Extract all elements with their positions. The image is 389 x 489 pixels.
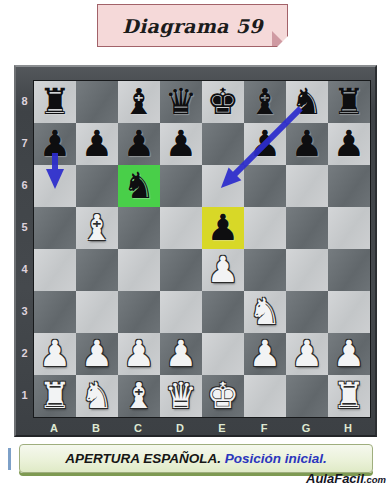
piece-black-pawn[interactable]: ♟ [249,123,281,165]
square-a8[interactable]: ♜ [34,81,76,123]
square-b6[interactable] [76,165,118,207]
piece-black-pawn[interactable]: ♟ [123,123,155,165]
piece-black-pawn[interactable]: ♟ [39,123,71,165]
square-g8[interactable]: ♞ [286,81,328,123]
file-label-E: E [201,419,243,437]
square-d2[interactable]: ♟ [160,333,202,375]
piece-white-pawn[interactable]: ♟ [165,333,197,375]
file-label-D: D [159,419,201,437]
square-f5[interactable] [244,207,286,249]
square-f6[interactable] [244,165,286,207]
caption-opening-name: APERTURA ESPAÑOLA. [65,451,225,466]
square-f2[interactable]: ♟ [244,333,286,375]
piece-black-pawn[interactable]: ♟ [81,123,113,165]
piece-white-rook[interactable]: ♜ [39,375,71,417]
square-h4[interactable] [328,249,370,291]
square-e8[interactable]: ♚ [202,81,244,123]
file-labels-row: ABCDEFGH [33,419,371,437]
square-a3[interactable] [34,291,76,333]
square-f8[interactable]: ♝ [244,81,286,123]
piece-black-pawn[interactable]: ♟ [165,123,197,165]
piece-black-king[interactable]: ♚ [207,81,239,123]
piece-black-queen[interactable]: ♛ [165,81,197,123]
piece-white-king[interactable]: ♚ [207,375,239,417]
piece-white-pawn[interactable]: ♟ [207,249,239,291]
square-f4[interactable] [244,249,286,291]
square-e6[interactable] [202,165,244,207]
square-b4[interactable] [76,249,118,291]
square-c7[interactable]: ♟ [118,123,160,165]
piece-white-bishop[interactable]: ♝ [81,207,113,249]
rank-label-5: 5 [16,206,33,248]
square-g3[interactable] [286,291,328,333]
rank-label-6: 6 [16,164,33,206]
square-g7[interactable]: ♟ [286,123,328,165]
square-e2[interactable] [202,333,244,375]
piece-black-pawn[interactable]: ♟ [207,207,239,249]
file-label-G: G [285,419,327,437]
square-h3[interactable] [328,291,370,333]
piece-white-pawn[interactable]: ♟ [291,333,323,375]
square-a2[interactable]: ♟ [34,333,76,375]
square-h1[interactable]: ♜ [328,375,370,417]
square-c2[interactable]: ♟ [118,333,160,375]
piece-black-rook[interactable]: ♜ [333,81,365,123]
caption-subtitle: Posición inicial. [225,451,327,466]
square-e3[interactable] [202,291,244,333]
square-e1[interactable]: ♚ [202,375,244,417]
rank-label-4: 4 [16,248,33,290]
text-cursor-bar [8,448,11,470]
square-a5[interactable] [34,207,76,249]
square-b5[interactable]: ♝ [76,207,118,249]
square-g1[interactable] [286,375,328,417]
square-e7[interactable] [202,123,244,165]
square-h6[interactable] [328,165,370,207]
piece-black-bishop[interactable]: ♝ [249,81,281,123]
square-h8[interactable]: ♜ [328,81,370,123]
square-g2[interactable]: ♟ [286,333,328,375]
brand-name: AulaFacil [306,471,364,486]
board-squares-grid: ♜♝♛♚♝♞♜♟♟♟♟♟♟♟♞♝♟♟♞♟♟♟♟♟♟♟♜♞♝♛♚♜ [33,80,371,418]
square-a4[interactable] [34,249,76,291]
square-b1[interactable]: ♞ [76,375,118,417]
brand-tld: .com [364,474,386,485]
piece-black-pawn[interactable]: ♟ [333,123,365,165]
square-h7[interactable]: ♟ [328,123,370,165]
square-f1[interactable] [244,375,286,417]
rank-label-2: 2 [16,332,33,374]
square-h5[interactable] [328,207,370,249]
square-a6[interactable] [34,165,76,207]
square-d1[interactable]: ♛ [160,375,202,417]
rank-label-3: 3 [16,290,33,332]
square-f3[interactable]: ♞ [244,291,286,333]
brand-watermark: AulaFacil.com [306,469,386,487]
square-b7[interactable]: ♟ [76,123,118,165]
piece-white-pawn[interactable]: ♟ [81,333,113,375]
piece-white-pawn[interactable]: ♟ [249,333,281,375]
square-d3[interactable] [160,291,202,333]
rank-label-8: 8 [16,80,33,122]
piece-white-pawn[interactable]: ♟ [123,333,155,375]
rank-label-1: 1 [16,374,33,416]
square-g6[interactable] [286,165,328,207]
file-label-A: A [33,419,75,437]
square-c6[interactable]: ♞ [118,165,160,207]
piece-white-knight[interactable]: ♞ [249,291,281,333]
square-b3[interactable] [76,291,118,333]
piece-black-pawn[interactable]: ♟ [291,123,323,165]
square-a7[interactable]: ♟ [34,123,76,165]
square-d6[interactable] [160,165,202,207]
square-e4[interactable]: ♟ [202,249,244,291]
square-f7[interactable]: ♟ [244,123,286,165]
piece-white-pawn[interactable]: ♟ [333,333,365,375]
square-g4[interactable] [286,249,328,291]
diagram-title: Diagrama 59 [122,15,262,37]
square-h2[interactable]: ♟ [328,333,370,375]
piece-white-pawn[interactable]: ♟ [39,333,71,375]
square-a1[interactable]: ♜ [34,375,76,417]
file-label-H: H [327,419,369,437]
file-label-C: C [117,419,159,437]
square-c4[interactable] [118,249,160,291]
square-c5[interactable] [118,207,160,249]
square-b8[interactable] [76,81,118,123]
rank-label-7: 7 [16,122,33,164]
rank-labels-column: 87654321 [16,80,33,416]
square-e5[interactable]: ♟ [202,207,244,249]
file-label-F: F [243,419,285,437]
square-c1[interactable]: ♝ [118,375,160,417]
piece-white-knight[interactable]: ♞ [81,375,113,417]
piece-black-knight[interactable]: ♞ [291,81,323,123]
piece-black-bishop[interactable]: ♝ [123,81,155,123]
piece-white-queen[interactable]: ♛ [165,375,197,417]
square-d5[interactable] [160,207,202,249]
piece-black-rook[interactable]: ♜ [39,81,71,123]
square-c3[interactable] [118,291,160,333]
square-b2[interactable]: ♟ [76,333,118,375]
square-g5[interactable] [286,207,328,249]
chess-board: 87654321 ♜♝♛♚♝♞♜♟♟♟♟♟♟♟♞♝♟♟♞♟♟♟♟♟♟♟♜♞♝♛♚… [14,65,377,437]
square-d7[interactable]: ♟ [160,123,202,165]
piece-white-rook[interactable]: ♜ [333,375,365,417]
square-d8[interactable]: ♛ [160,81,202,123]
piece-white-bishop[interactable]: ♝ [123,375,155,417]
diagram-title-banner: Diagrama 59 [97,4,288,47]
square-d4[interactable] [160,249,202,291]
piece-black-knight[interactable]: ♞ [123,165,155,207]
square-c8[interactable]: ♝ [118,81,160,123]
file-label-B: B [75,419,117,437]
